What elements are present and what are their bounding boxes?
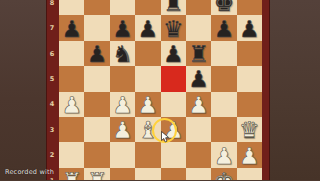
piece-black-rook-e8[interactable]: ♜: [163, 0, 184, 15]
square-d7[interactable]: ♟: [135, 15, 160, 40]
recorder-watermark: Recorded with: [5, 168, 54, 176]
square-c6[interactable]: ♞: [110, 41, 135, 66]
piece-black-pawn-a7[interactable]: ♟: [61, 17, 82, 40]
piece-white-queen-h3[interactable]: ♛: [239, 119, 260, 142]
square-d1[interactable]: [135, 168, 160, 180]
square-f3[interactable]: [186, 117, 211, 142]
square-e1[interactable]: [161, 168, 186, 180]
square-d5[interactable]: [135, 66, 160, 91]
rank-label-4: 4: [47, 100, 57, 108]
piece-white-pawn-a4[interactable]: ♟: [61, 93, 82, 116]
square-a7[interactable]: ♟: [59, 15, 84, 40]
square-d2[interactable]: [135, 142, 160, 167]
square-a3[interactable]: [59, 117, 84, 142]
rank-label-1: 1: [47, 177, 57, 181]
square-f8[interactable]: [186, 0, 211, 15]
square-f4[interactable]: ♟: [186, 92, 211, 117]
square-f1[interactable]: [186, 168, 211, 180]
square-f7[interactable]: [186, 15, 211, 40]
piece-black-pawn-d7[interactable]: ♟: [138, 17, 159, 40]
square-c2[interactable]: [110, 142, 135, 167]
mouse-cursor-icon: [161, 131, 170, 143]
square-g1[interactable]: ♚: [211, 168, 236, 180]
piece-black-rook-f6[interactable]: ♜: [188, 42, 209, 65]
square-c4[interactable]: ♟: [110, 92, 135, 117]
piece-white-pawn-f4[interactable]: ♟: [188, 93, 209, 116]
piece-black-queen-e7[interactable]: ♛: [163, 17, 184, 40]
rank-label-2: 2: [47, 151, 57, 159]
square-f5[interactable]: ♟: [186, 66, 211, 91]
piece-black-pawn-e6[interactable]: ♟: [163, 42, 184, 65]
square-g5[interactable]: [211, 66, 236, 91]
square-e4[interactable]: [161, 92, 186, 117]
square-h2[interactable]: ♟: [237, 142, 262, 167]
square-h6[interactable]: [237, 41, 262, 66]
square-e7[interactable]: ♛: [161, 15, 186, 40]
rank-label-6: 6: [47, 50, 57, 58]
piece-black-pawn-b6[interactable]: ♟: [87, 42, 108, 65]
square-f6[interactable]: ♜: [186, 41, 211, 66]
rank-label-8: 8: [47, 0, 57, 7]
square-d8[interactable]: [135, 0, 160, 15]
square-c8[interactable]: [110, 0, 135, 15]
square-h3[interactable]: ♛: [237, 117, 262, 142]
square-g2[interactable]: ♟: [211, 142, 236, 167]
square-b1[interactable]: ♜: [84, 168, 109, 180]
square-a8[interactable]: [59, 0, 84, 15]
square-b5[interactable]: [84, 66, 109, 91]
piece-white-pawn-c3[interactable]: ♟: [112, 119, 133, 142]
square-g7[interactable]: ♟: [211, 15, 236, 40]
piece-black-pawn-f5[interactable]: ♟: [188, 68, 209, 91]
square-h5[interactable]: [237, 66, 262, 91]
square-g6[interactable]: [211, 41, 236, 66]
square-a1[interactable]: ♜: [59, 168, 84, 180]
square-c3[interactable]: ♟: [110, 117, 135, 142]
rank-label-7: 7: [47, 24, 57, 32]
background-left-wood: [0, 0, 46, 180]
piece-black-king-g8[interactable]: ♚: [214, 0, 235, 15]
rank-label-5: 5: [47, 75, 57, 83]
piece-white-pawn-c4[interactable]: ♟: [112, 93, 133, 116]
square-e2[interactable]: [161, 142, 186, 167]
square-b7[interactable]: [84, 15, 109, 40]
square-b4[interactable]: [84, 92, 109, 117]
square-a6[interactable]: [59, 41, 84, 66]
square-a2[interactable]: [59, 142, 84, 167]
piece-black-pawn-h7[interactable]: ♟: [239, 17, 260, 40]
square-e6[interactable]: ♟: [161, 41, 186, 66]
piece-white-rook-a1[interactable]: ♜: [61, 169, 82, 180]
square-b6[interactable]: ♟: [84, 41, 109, 66]
square-g8[interactable]: ♚: [211, 0, 236, 15]
square-d6[interactable]: [135, 41, 160, 66]
square-a5[interactable]: [59, 66, 84, 91]
chess-board[interactable]: ♜♚♟♟♟♛♟♟♟♞♟♜♟♟♟♟♟♟♝♟♛♟♟♜♜♚: [59, 0, 262, 180]
square-c5[interactable]: [110, 66, 135, 91]
square-h1[interactable]: [237, 168, 262, 180]
screen: ♜♚♟♟♟♛♟♟♟♞♟♜♟♟♟♟♟♟♝♟♛♟♟♜♜♚ 87654321 Reco…: [0, 0, 320, 180]
square-b3[interactable]: [84, 117, 109, 142]
square-h7[interactable]: ♟: [237, 15, 262, 40]
square-g4[interactable]: [211, 92, 236, 117]
piece-black-pawn-g7[interactable]: ♟: [214, 17, 235, 40]
square-c1[interactable]: [110, 168, 135, 180]
square-d4[interactable]: ♟: [135, 92, 160, 117]
piece-white-rook-b1[interactable]: ♜: [87, 169, 108, 180]
square-g3[interactable]: [211, 117, 236, 142]
piece-white-pawn-d4[interactable]: ♟: [138, 93, 159, 116]
square-h8[interactable]: [237, 0, 262, 15]
piece-black-knight-c6[interactable]: ♞: [112, 42, 133, 65]
background-right-wood: [270, 0, 320, 180]
square-b2[interactable]: [84, 142, 109, 167]
square-a4[interactable]: ♟: [59, 92, 84, 117]
square-h4[interactable]: [237, 92, 262, 117]
piece-white-pawn-h2[interactable]: ♟: [239, 144, 260, 167]
square-b8[interactable]: [84, 0, 109, 15]
square-f2[interactable]: [186, 142, 211, 167]
square-c7[interactable]: ♟: [110, 15, 135, 40]
piece-white-king-g1[interactable]: ♚: [214, 169, 235, 180]
piece-white-pawn-g2[interactable]: ♟: [214, 144, 235, 167]
square-e5[interactable]: [161, 66, 186, 91]
piece-black-pawn-c7[interactable]: ♟: [112, 17, 133, 40]
square-e8[interactable]: ♜: [161, 0, 186, 15]
rank-label-3: 3: [47, 126, 57, 134]
